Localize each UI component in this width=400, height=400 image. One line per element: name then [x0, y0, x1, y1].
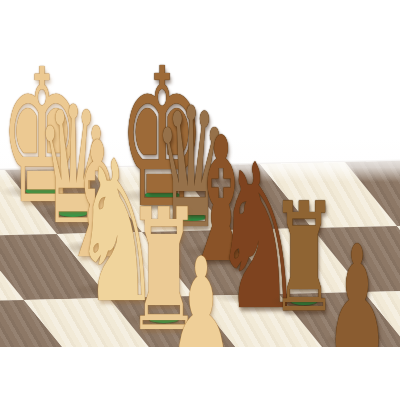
chess-product-photo: ♚♚♛♛♝♝♞♞♜♜♟♟ [0, 0, 400, 400]
pieces-layer: ♚♚♛♛♝♝♞♞♜♜♟♟ [0, 0, 400, 347]
light-pawn: ♟ [167, 238, 234, 347]
dark-pawn: ♟ [325, 227, 389, 347]
bottom-white-margin [0, 347, 400, 400]
photo-area: ♚♚♛♛♝♝♞♞♜♜♟♟ [0, 0, 400, 347]
